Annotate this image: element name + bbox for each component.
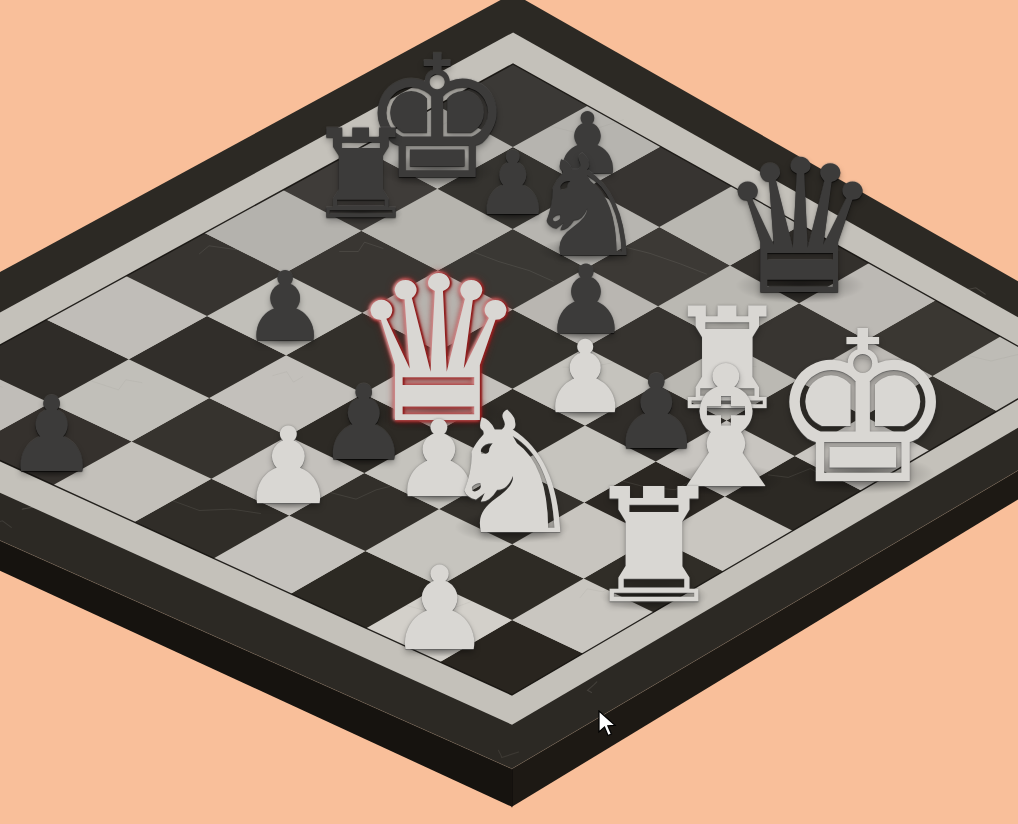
piece-white-pawn-b5[interactable]: ♟ [225,413,352,519]
piece-white-pawn-a2[interactable]: ♟ [370,552,509,668]
piece-black-pawn-a7[interactable]: ♟ [0,383,114,487]
piece-white-rook-c1[interactable]: ♜ [559,468,748,626]
chess-3d-scene: ♚♜♟♟♟♟♞♟♟♛♟♛♟♟♟♜♞♝♟♜♚ [0,0,1018,824]
piece-black-rook-f8[interactable]: ♜ [287,114,434,237]
